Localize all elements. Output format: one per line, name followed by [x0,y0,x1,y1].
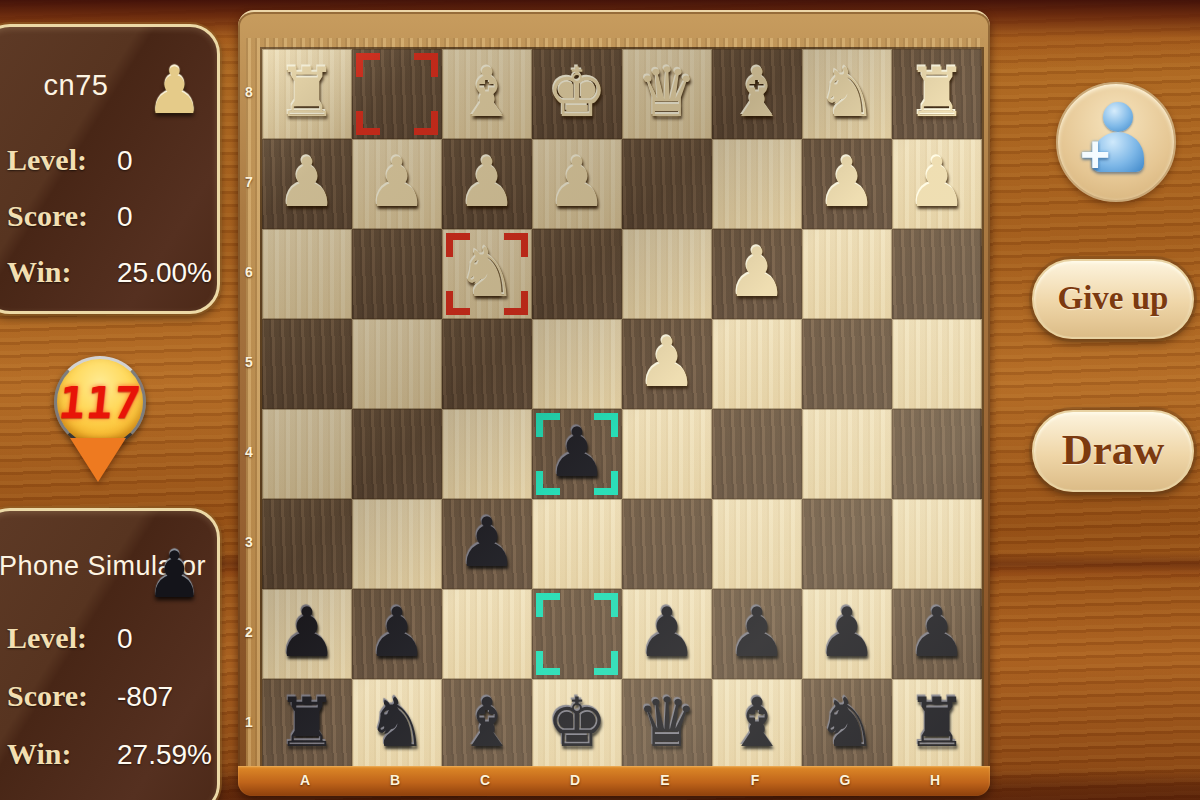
square-g5[interactable] [802,319,892,409]
level-label: Level: [7,143,101,177]
square-f4[interactable] [712,409,802,499]
square-a7[interactable]: ♟ [262,139,352,229]
square-e3[interactable] [622,499,712,589]
white-queen: ♛ [622,49,712,139]
square-a6[interactable] [262,229,352,319]
timer-value: 117 [56,377,144,428]
rank-label-8: 8 [238,47,260,137]
move-bracket [504,233,528,257]
move-bracket [594,593,618,617]
file-label-c: C [440,766,530,794]
win-label: Win: [7,737,101,771]
square-g1[interactable]: ♞ [802,679,892,769]
white-pawn: ♟ [262,139,352,229]
black-rook: ♜ [262,679,352,769]
win-label: Win: [7,255,101,289]
file-labels: ABCDEFGH [238,766,990,796]
draw-button[interactable]: Draw [1032,410,1194,492]
player-name-white: cn75 [0,69,155,102]
square-c5[interactable] [442,319,532,409]
square-e2[interactable]: ♟ [622,589,712,679]
move-bracket [536,651,560,675]
square-e7[interactable] [622,139,712,229]
file-label-f: F [710,766,800,794]
move-bracket [594,651,618,675]
black-pawn: ♟ [802,589,892,679]
chess-board[interactable]: ♜♝♚♛♝♞♜♟♟♟♟♟♟♞♟♟♟♟♟♟♟♟♟♟♜♞♝♚♛♝♞♜ [260,47,984,771]
file-label-g: G [800,766,890,794]
black-rook: ♜ [892,679,982,769]
white-pawn: ♟ [892,139,982,229]
square-h4[interactable] [892,409,982,499]
black-pawn: ♟ [712,589,802,679]
square-c7[interactable]: ♟ [442,139,532,229]
add-player-button[interactable]: + [1056,82,1176,202]
white-pawn: ♟ [712,229,802,319]
square-b5[interactable] [352,319,442,409]
player-panel-white: cn75 ♟ Level: 0 Score: 0 Win: 25.00% [0,24,220,314]
square-f1[interactable]: ♝ [712,679,802,769]
level-row: Level: 0 [7,621,207,655]
rank-label-7: 7 [238,137,260,227]
square-e5[interactable]: ♟ [622,319,712,409]
player-panel-black: Phone Simulator ♟ Level: 0 Score: -807 W… [0,508,220,800]
score-value: -807 [117,681,173,713]
white-rook: ♜ [262,49,352,139]
rank-labels: 87654321 [238,47,260,767]
white-pawn: ♟ [802,139,892,229]
square-d8[interactable]: ♚ [532,49,622,139]
white-pawn: ♟ [622,319,712,409]
square-a5[interactable] [262,319,352,409]
level-value: 0 [117,623,133,655]
square-g4[interactable] [802,409,892,499]
move-bracket [536,413,560,437]
white-pawn: ♟ [442,139,532,229]
square-b7[interactable]: ♟ [352,139,442,229]
rank-label-5: 5 [238,317,260,407]
square-e8[interactable]: ♛ [622,49,712,139]
score-row: Score: 0 [7,199,207,233]
file-label-d: D [530,766,620,794]
move-timer: 117 [54,356,146,448]
level-label: Level: [7,621,101,655]
square-f7[interactable] [712,139,802,229]
square-g7[interactable]: ♟ [802,139,892,229]
square-d2[interactable] [532,589,622,679]
white-bishop: ♝ [712,49,802,139]
black-pawn: ♟ [442,499,532,589]
square-h3[interactable] [892,499,982,589]
black-pawn: ♟ [352,589,442,679]
black-king: ♚ [532,679,622,769]
square-c3[interactable]: ♟ [442,499,532,589]
square-a8[interactable]: ♜ [262,49,352,139]
plus-icon: + [1080,130,1110,178]
square-d7[interactable]: ♟ [532,139,622,229]
square-e1[interactable]: ♛ [622,679,712,769]
white-bishop: ♝ [442,49,532,139]
add-player-icon: + [1092,102,1144,172]
square-g3[interactable] [802,499,892,589]
score-label: Score: [7,679,101,713]
move-bracket [594,471,618,495]
give-up-button[interactable]: Give up [1032,259,1194,339]
black-pawn: ♟ [622,589,712,679]
square-h5[interactable] [892,319,982,409]
square-c8[interactable]: ♝ [442,49,532,139]
square-c1[interactable]: ♝ [442,679,532,769]
square-a4[interactable] [262,409,352,499]
file-label-e: E [620,766,710,794]
square-g6[interactable] [802,229,892,319]
white-king: ♚ [532,49,622,139]
square-h1[interactable]: ♜ [892,679,982,769]
rank-label-1: 1 [238,677,260,767]
rank-label-6: 6 [238,227,260,317]
square-f5[interactable] [712,319,802,409]
square-c4[interactable] [442,409,532,499]
white-pawn: ♟ [532,139,622,229]
move-bracket [504,291,528,315]
square-d3[interactable] [532,499,622,589]
move-bracket [446,291,470,315]
black-pawn-icon: ♟ [146,529,203,621]
square-a1[interactable]: ♜ [262,679,352,769]
square-d4[interactable]: ♟ [532,409,622,499]
square-d5[interactable] [532,319,622,409]
score-label: Score: [7,199,101,233]
square-h6[interactable] [892,229,982,319]
square-a3[interactable] [262,499,352,589]
move-bracket [446,233,470,257]
file-label-h: H [890,766,980,794]
score-value: 0 [117,201,133,233]
square-b3[interactable] [352,499,442,589]
square-b6[interactable] [352,229,442,319]
square-b4[interactable] [352,409,442,499]
move-bracket [414,53,438,77]
rank-label-4: 4 [238,407,260,497]
score-row: Score: -807 [7,679,207,713]
win-row: Win: 25.00% [7,255,207,289]
move-bracket [536,471,560,495]
level-value: 0 [117,145,133,177]
square-d1[interactable]: ♚ [532,679,622,769]
black-pawn: ♟ [892,589,982,679]
square-h7[interactable]: ♟ [892,139,982,229]
rank-label-2: 2 [238,587,260,677]
square-e6[interactable] [622,229,712,319]
square-a2[interactable]: ♟ [262,589,352,679]
white-knight: ♞ [802,49,892,139]
black-queen: ♛ [622,679,712,769]
move-bracket [594,413,618,437]
black-knight: ♞ [802,679,892,769]
square-c6[interactable]: ♞ [442,229,532,319]
turn-indicator-arrow [70,438,126,482]
square-g8[interactable]: ♞ [802,49,892,139]
white-pawn: ♟ [352,139,442,229]
white-rook: ♜ [892,49,982,139]
move-bracket [414,111,438,135]
square-f6[interactable]: ♟ [712,229,802,319]
square-f3[interactable] [712,499,802,589]
square-b2[interactable]: ♟ [352,589,442,679]
move-bracket [356,53,380,77]
app-root: cn75 ♟ Level: 0 Score: 0 Win: 25.00% 117… [0,0,1200,800]
rank-label-3: 3 [238,497,260,587]
square-h2[interactable]: ♟ [892,589,982,679]
square-h8[interactable]: ♜ [892,49,982,139]
move-bracket [536,593,560,617]
square-c2[interactable] [442,589,532,679]
black-knight: ♞ [352,679,442,769]
win-row: Win: 27.59% [7,737,207,771]
level-row: Level: 0 [7,143,207,177]
square-b8[interactable] [352,49,442,139]
file-label-a: A [260,766,350,794]
file-label-b: B [350,766,440,794]
square-g2[interactable]: ♟ [802,589,892,679]
square-b1[interactable]: ♞ [352,679,442,769]
square-f8[interactable]: ♝ [712,49,802,139]
black-bishop: ♝ [442,679,532,769]
chess-board-frame: 87654321 ♜♝♚♛♝♞♜♟♟♟♟♟♟♞♟♟♟♟♟♟♟♟♟♟♜♞♝♚♛♝♞… [238,10,990,796]
square-f2[interactable]: ♟ [712,589,802,679]
win-value: 27.59% [117,739,212,771]
win-value: 25.00% [117,257,212,289]
square-e4[interactable] [622,409,712,499]
move-bracket [356,111,380,135]
black-bishop: ♝ [712,679,802,769]
white-pawn-icon: ♟ [146,45,203,137]
black-pawn: ♟ [262,589,352,679]
square-d6[interactable] [532,229,622,319]
